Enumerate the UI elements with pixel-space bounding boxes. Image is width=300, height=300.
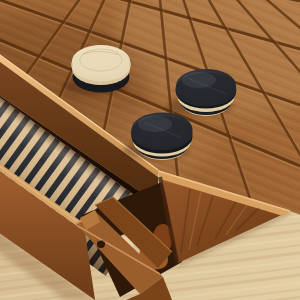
white-disc-glyph: ● <box>67 36 135 86</box>
disc-sheen <box>182 72 216 88</box>
disc-black-d1: ● <box>123 104 197 160</box>
disc-white-b2: ● <box>63 36 135 95</box>
disc-sheen <box>138 116 172 132</box>
photo-stage: ● ● ● Wooden Othello (Reversi) board wit… <box>0 0 300 300</box>
othello-photo: ● ● ● <box>0 0 300 300</box>
